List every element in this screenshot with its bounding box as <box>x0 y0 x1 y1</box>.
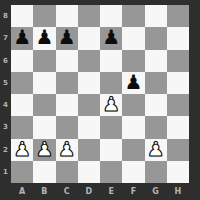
square-e3[interactable] <box>100 116 122 138</box>
file-label-g: G <box>145 183 167 200</box>
black-pawn-piece[interactable]: ♟ <box>13 27 31 47</box>
square-g5[interactable] <box>145 72 167 94</box>
square-d3[interactable] <box>78 116 100 138</box>
chess-board[interactable]: ♟♟♟♟♟♟♟♟♟♟ <box>11 5 189 183</box>
file-label-h: H <box>167 183 189 200</box>
square-a5[interactable] <box>11 72 33 94</box>
square-g4[interactable] <box>145 94 167 116</box>
white-pawn-piece[interactable]: ♟ <box>58 139 76 159</box>
square-c4[interactable] <box>56 94 78 116</box>
square-d7[interactable] <box>78 27 100 49</box>
rank-label-7: 7 <box>0 27 11 49</box>
file-label-b: B <box>33 183 55 200</box>
file-label-a: A <box>11 183 33 200</box>
square-g3[interactable] <box>145 116 167 138</box>
square-e6[interactable] <box>100 50 122 72</box>
file-label-d: D <box>78 183 100 200</box>
square-c3[interactable] <box>56 116 78 138</box>
square-e5[interactable] <box>100 72 122 94</box>
square-c6[interactable] <box>56 50 78 72</box>
square-g8[interactable] <box>145 5 167 27</box>
square-b2[interactable]: ♟ <box>33 139 55 161</box>
square-b8[interactable] <box>33 5 55 27</box>
square-f1[interactable] <box>122 161 144 183</box>
file-label-e: E <box>100 183 122 200</box>
square-e1[interactable] <box>100 161 122 183</box>
square-c1[interactable] <box>56 161 78 183</box>
square-b5[interactable] <box>33 72 55 94</box>
square-b1[interactable] <box>33 161 55 183</box>
square-b7[interactable]: ♟ <box>33 27 55 49</box>
white-pawn-piece[interactable]: ♟ <box>102 94 120 114</box>
square-b6[interactable] <box>33 50 55 72</box>
square-d1[interactable] <box>78 161 100 183</box>
square-c7[interactable]: ♟ <box>56 27 78 49</box>
square-e2[interactable] <box>100 139 122 161</box>
square-g2[interactable]: ♟ <box>145 139 167 161</box>
square-a2[interactable]: ♟ <box>11 139 33 161</box>
rank-label-5: 5 <box>0 72 11 94</box>
square-h8[interactable] <box>167 5 189 27</box>
square-h6[interactable] <box>167 50 189 72</box>
rank-label-1: 1 <box>0 161 11 183</box>
black-pawn-piece[interactable]: ♟ <box>124 72 142 92</box>
rank-label-2: 2 <box>0 139 11 161</box>
square-g6[interactable] <box>145 50 167 72</box>
square-b3[interactable] <box>33 116 55 138</box>
square-f2[interactable] <box>122 139 144 161</box>
square-d8[interactable] <box>78 5 100 27</box>
white-pawn-piece[interactable]: ♟ <box>147 139 165 159</box>
square-a4[interactable] <box>11 94 33 116</box>
square-e7[interactable]: ♟ <box>100 27 122 49</box>
square-a7[interactable]: ♟ <box>11 27 33 49</box>
square-f4[interactable] <box>122 94 144 116</box>
black-pawn-piece[interactable]: ♟ <box>58 27 76 47</box>
square-g1[interactable] <box>145 161 167 183</box>
square-a3[interactable] <box>11 116 33 138</box>
square-a1[interactable] <box>11 161 33 183</box>
rank-label-8: 8 <box>0 5 11 27</box>
square-h4[interactable] <box>167 94 189 116</box>
square-g7[interactable] <box>145 27 167 49</box>
file-labels: ABCDEFGH <box>11 183 189 200</box>
chess-diagram: 87654321 ♟♟♟♟♟♟♟♟♟♟ ABCDEFGH <box>0 0 200 200</box>
square-h1[interactable] <box>167 161 189 183</box>
square-h3[interactable] <box>167 116 189 138</box>
file-label-c: C <box>56 183 78 200</box>
square-f6[interactable] <box>122 50 144 72</box>
square-c2[interactable]: ♟ <box>56 139 78 161</box>
square-a8[interactable] <box>11 5 33 27</box>
square-h7[interactable] <box>167 27 189 49</box>
square-c8[interactable] <box>56 5 78 27</box>
square-f3[interactable] <box>122 116 144 138</box>
rank-label-4: 4 <box>0 94 11 116</box>
rank-label-6: 6 <box>0 50 11 72</box>
square-f7[interactable] <box>122 27 144 49</box>
square-d4[interactable] <box>78 94 100 116</box>
square-d2[interactable] <box>78 139 100 161</box>
square-e4[interactable]: ♟ <box>100 94 122 116</box>
square-d6[interactable] <box>78 50 100 72</box>
square-f5[interactable]: ♟ <box>122 72 144 94</box>
white-pawn-piece[interactable]: ♟ <box>13 139 31 159</box>
file-label-f: F <box>122 183 144 200</box>
square-a6[interactable] <box>11 50 33 72</box>
square-b4[interactable] <box>33 94 55 116</box>
black-pawn-piece[interactable]: ♟ <box>35 27 53 47</box>
square-h2[interactable] <box>167 139 189 161</box>
rank-label-3: 3 <box>0 116 11 138</box>
rank-labels: 87654321 <box>0 5 11 183</box>
white-pawn-piece[interactable]: ♟ <box>35 139 53 159</box>
square-f8[interactable] <box>122 5 144 27</box>
square-h5[interactable] <box>167 72 189 94</box>
square-e8[interactable] <box>100 5 122 27</box>
square-d5[interactable] <box>78 72 100 94</box>
square-c5[interactable] <box>56 72 78 94</box>
black-pawn-piece[interactable]: ♟ <box>102 27 120 47</box>
